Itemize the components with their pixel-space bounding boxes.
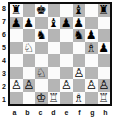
square-f2[interactable]: [73, 79, 86, 92]
file-label-c: c: [34, 107, 47, 117]
piece-white-rook[interactable]: ♖: [48, 92, 59, 104]
square-g2[interactable]: ♙: [85, 79, 98, 92]
square-f6[interactable]: ♞: [73, 29, 86, 42]
square-e5[interactable]: [60, 42, 73, 55]
square-a7[interactable]: ♟: [10, 17, 23, 30]
piece-white-knight[interactable]: ♘: [36, 67, 47, 79]
square-h2[interactable]: ♙: [98, 79, 111, 92]
square-a6[interactable]: [10, 29, 23, 42]
square-c4[interactable]: [35, 54, 48, 67]
square-f8[interactable]: ♝: [73, 4, 86, 17]
square-b7[interactable]: ♟: [23, 17, 36, 30]
square-e8[interactable]: [60, 4, 73, 17]
square-e6[interactable]: [60, 29, 73, 42]
piece-black-knight[interactable]: ♞: [73, 29, 84, 41]
square-f1[interactable]: ♗: [73, 92, 86, 105]
rank-label-5: 5: [0, 41, 8, 54]
square-h4[interactable]: [98, 54, 111, 67]
square-f3[interactable]: ♙: [73, 67, 86, 80]
square-a4[interactable]: [10, 54, 23, 67]
square-b5[interactable]: ♘: [23, 42, 36, 55]
square-g8[interactable]: [85, 4, 98, 17]
square-c5[interactable]: [35, 42, 48, 55]
square-c1[interactable]: ♔: [35, 92, 48, 105]
file-label-b: b: [21, 107, 34, 117]
square-a1[interactable]: [10, 92, 23, 105]
square-c2[interactable]: [35, 79, 48, 92]
piece-white-king[interactable]: ♔: [36, 92, 47, 104]
piece-black-rook[interactable]: ♜: [11, 4, 22, 16]
rank-label-4: 4: [0, 54, 8, 67]
square-g7[interactable]: [85, 17, 98, 30]
square-e4[interactable]: [60, 54, 73, 67]
square-b8[interactable]: [23, 4, 36, 17]
square-a3[interactable]: [10, 67, 23, 80]
square-d8[interactable]: [48, 4, 61, 17]
piece-white-rook[interactable]: ♖: [98, 92, 109, 104]
piece-white-bishop[interactable]: ♗: [73, 92, 84, 104]
piece-white-pawn[interactable]: ♙: [11, 79, 22, 91]
piece-white-pawn[interactable]: ♙: [86, 79, 97, 91]
square-d4[interactable]: [48, 54, 61, 67]
square-g5[interactable]: ♗: [85, 42, 98, 55]
square-e7[interactable]: ♟: [60, 17, 73, 30]
piece-black-pawn[interactable]: ♟: [98, 42, 109, 54]
piece-black-rook[interactable]: ♜: [98, 4, 109, 16]
file-label-h: h: [99, 107, 112, 117]
square-b2[interactable]: ♙: [23, 79, 36, 92]
square-h1[interactable]: ♖: [98, 92, 111, 105]
piece-white-pawn[interactable]: ♙: [23, 79, 34, 91]
piece-black-bishop[interactable]: ♝: [73, 4, 84, 16]
piece-white-pawn[interactable]: ♙: [61, 79, 72, 91]
square-d2[interactable]: [48, 79, 61, 92]
file-label-g: g: [86, 107, 99, 117]
square-h7[interactable]: [98, 17, 111, 30]
chess-board: ♜♚♝♜♟♟♝♟♟♞♞♟♘♗♟♘♙♙♙♙♙♙♔♖♗♖: [8, 2, 112, 106]
square-b4[interactable]: [23, 54, 36, 67]
piece-black-pawn[interactable]: ♟: [73, 17, 84, 29]
piece-white-knight[interactable]: ♘: [23, 42, 34, 54]
square-d1[interactable]: ♖: [48, 92, 61, 105]
chess-diagram: 87654321 ♜♚♝♜♟♟♝♟♟♞♞♟♘♗♟♘♙♙♙♙♙♙♔♖♗♖ abcd…: [0, 0, 118, 118]
file-label-a: a: [8, 107, 21, 117]
piece-black-bishop[interactable]: ♝: [48, 17, 59, 29]
piece-black-pawn[interactable]: ♟: [61, 17, 72, 29]
piece-white-pawn[interactable]: ♙: [73, 67, 84, 79]
square-f4[interactable]: [73, 54, 86, 67]
rank-label-8: 8: [0, 2, 8, 15]
piece-black-king[interactable]: ♚: [36, 4, 47, 16]
square-g6[interactable]: ♟: [85, 29, 98, 42]
piece-white-pawn[interactable]: ♙: [98, 79, 109, 91]
square-e3[interactable]: [60, 67, 73, 80]
rank-label-3: 3: [0, 67, 8, 80]
square-b6[interactable]: [23, 29, 36, 42]
file-labels: abcdefgh: [8, 107, 112, 117]
square-f7[interactable]: ♟: [73, 17, 86, 30]
square-a2[interactable]: ♙: [10, 79, 23, 92]
square-c8[interactable]: ♚: [35, 4, 48, 17]
square-b3[interactable]: [23, 67, 36, 80]
square-d6[interactable]: [48, 29, 61, 42]
square-g1[interactable]: [85, 92, 98, 105]
piece-black-knight[interactable]: ♞: [36, 29, 47, 41]
square-h3[interactable]: [98, 67, 111, 80]
square-d7[interactable]: ♝: [48, 17, 61, 30]
rank-label-1: 1: [0, 93, 8, 106]
square-f5[interactable]: [73, 42, 86, 55]
square-h8[interactable]: ♜: [98, 4, 111, 17]
square-e2[interactable]: ♙: [60, 79, 73, 92]
rank-label-7: 7: [0, 15, 8, 28]
square-h6[interactable]: [98, 29, 111, 42]
rank-label-6: 6: [0, 28, 8, 41]
piece-black-pawn[interactable]: ♟: [11, 17, 22, 29]
square-c6[interactable]: ♞: [35, 29, 48, 42]
square-c7[interactable]: [35, 17, 48, 30]
piece-black-pawn[interactable]: ♟: [86, 29, 97, 41]
rank-labels: 87654321: [0, 2, 8, 106]
square-d5[interactable]: [48, 42, 61, 55]
rank-label-2: 2: [0, 80, 8, 93]
square-g4[interactable]: [85, 54, 98, 67]
piece-white-bishop[interactable]: ♗: [86, 42, 97, 54]
file-label-e: e: [60, 107, 73, 117]
square-a5[interactable]: [10, 42, 23, 55]
square-a8[interactable]: ♜: [10, 4, 23, 17]
square-d3[interactable]: [48, 67, 61, 80]
piece-black-pawn[interactable]: ♟: [23, 17, 34, 29]
square-b1[interactable]: [23, 92, 36, 105]
file-label-d: d: [47, 107, 60, 117]
file-label-f: f: [73, 107, 86, 117]
square-e1[interactable]: [60, 92, 73, 105]
square-h5[interactable]: ♟: [98, 42, 111, 55]
square-c3[interactable]: ♘: [35, 67, 48, 80]
square-g3[interactable]: [85, 67, 98, 80]
